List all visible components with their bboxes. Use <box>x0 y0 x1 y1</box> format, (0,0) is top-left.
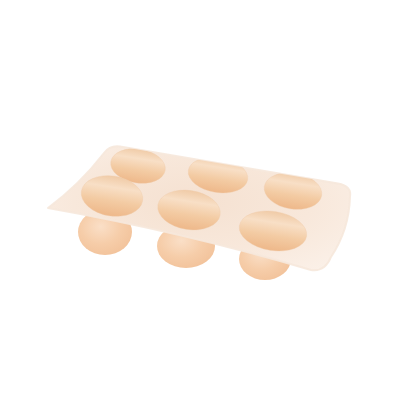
product-photo-canvas <box>0 0 409 409</box>
muffin-mold-illustration <box>0 0 409 409</box>
